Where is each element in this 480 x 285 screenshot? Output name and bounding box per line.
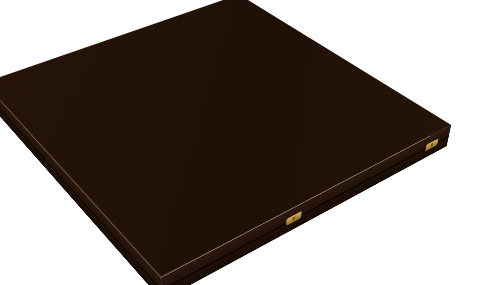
board-top-surface [0, 0, 451, 277]
product-photo-stage [0, 0, 480, 285]
brass-clasp-icon [286, 211, 302, 226]
folding-chess-board [0, 0, 451, 277]
brass-clasp-icon [425, 139, 438, 152]
chess-set-scene [0, 0, 480, 285]
